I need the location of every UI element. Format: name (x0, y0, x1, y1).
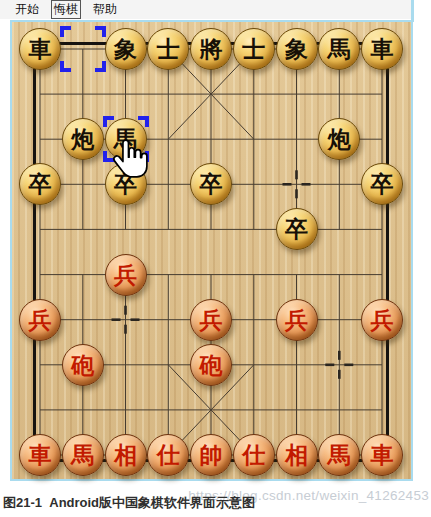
piece-black-馬-h10[interactable]: 馬 (318, 28, 360, 70)
piece-black-士-f10[interactable]: 士 (233, 28, 275, 70)
piece-black-卒-c7[interactable]: 卒 (105, 163, 147, 205)
figure-caption: 图21-1 Android版中国象棋软件界面示意图 (3, 494, 255, 512)
piece-black-將-e10[interactable]: 將 (190, 28, 232, 70)
piece-red-帥-e1[interactable]: 帥 (190, 434, 232, 476)
piece-black-卒-g6[interactable]: 卒 (276, 208, 318, 250)
piece-red-相-g1[interactable]: 相 (276, 434, 318, 476)
piece-red-兵-c5[interactable]: 兵 (105, 254, 147, 296)
menu-item-start[interactable]: 开始 (12, 0, 42, 19)
piece-red-仕-d1[interactable]: 仕 (147, 434, 189, 476)
piece-black-車-a10[interactable]: 車 (19, 28, 61, 70)
piece-red-砲-b3[interactable]: 砲 (62, 344, 104, 386)
piece-black-卒-i7[interactable]: 卒 (361, 163, 403, 205)
piece-black-炮-h8[interactable]: 炮 (318, 118, 360, 160)
piece-black-車-i10[interactable]: 車 (361, 28, 403, 70)
piece-red-相-c1[interactable]: 相 (105, 434, 147, 476)
piece-red-兵-g4[interactable]: 兵 (276, 299, 318, 341)
piece-black-卒-a7[interactable]: 卒 (19, 163, 61, 205)
piece-red-車-i1[interactable]: 車 (361, 434, 403, 476)
piece-red-砲-e3[interactable]: 砲 (190, 344, 232, 386)
piece-red-兵-i4[interactable]: 兵 (361, 299, 403, 341)
piece-red-車-a1[interactable]: 車 (19, 434, 61, 476)
panel-border-sliver (411, 0, 414, 22)
piece-black-象-c10[interactable]: 象 (105, 28, 147, 70)
menu-bar: 开始 悔棋 帮助 (0, 0, 411, 19)
piece-black-象-g10[interactable]: 象 (276, 28, 318, 70)
piece-black-卒-e7[interactable]: 卒 (190, 163, 232, 205)
piece-black-馬-c8[interactable]: 馬 (105, 118, 147, 160)
piece-red-馬-h1[interactable]: 馬 (318, 434, 360, 476)
board-grid (40, 49, 382, 455)
piece-red-兵-a4[interactable]: 兵 (19, 299, 61, 341)
piece-red-仕-f1[interactable]: 仕 (233, 434, 275, 476)
xiangqi-board[interactable]: 車象士將士象馬車炮馬炮卒卒卒卒卒兵兵兵兵兵砲砲車馬相仕帥仕相馬車 (10, 20, 413, 481)
menu-item-undo[interactable]: 悔棋 (51, 0, 81, 19)
piece-red-馬-b1[interactable]: 馬 (62, 434, 104, 476)
menu-item-help[interactable]: 帮助 (90, 0, 120, 19)
piece-black-士-d10[interactable]: 士 (147, 28, 189, 70)
piece-red-兵-e4[interactable]: 兵 (190, 299, 232, 341)
piece-black-炮-b8[interactable]: 炮 (62, 118, 104, 160)
